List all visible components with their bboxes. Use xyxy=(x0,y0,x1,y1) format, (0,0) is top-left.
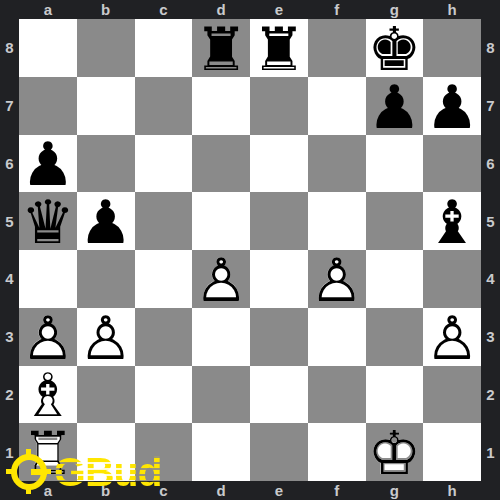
rank-label-4: 4 xyxy=(0,250,19,308)
rank-label-1: 1 xyxy=(481,423,500,481)
square-e4[interactable] xyxy=(250,250,308,308)
square-a8[interactable] xyxy=(19,19,77,77)
square-d8[interactable]: ♜ xyxy=(192,19,250,77)
square-f8[interactable] xyxy=(308,19,366,77)
square-c8[interactable] xyxy=(135,19,193,77)
piece-black-pawn: ♟ xyxy=(366,77,424,135)
piece-black-pawn: ♟ xyxy=(423,77,481,135)
file-label-f: f xyxy=(308,481,366,500)
square-f1[interactable] xyxy=(308,423,366,481)
rank-label-6: 6 xyxy=(481,135,500,193)
square-a2[interactable]: ♝♗ xyxy=(19,366,77,424)
piece-black-king: ♚ xyxy=(366,19,424,77)
square-d2[interactable] xyxy=(192,366,250,424)
square-b6[interactable] xyxy=(77,135,135,193)
square-d1[interactable] xyxy=(192,423,250,481)
file-label-c: c xyxy=(135,0,193,19)
square-g5[interactable] xyxy=(366,192,424,250)
square-e8[interactable]: ♜ xyxy=(250,19,308,77)
piece-white-pawn: ♟♙ xyxy=(192,250,250,308)
rank-label-8: 8 xyxy=(0,19,19,77)
square-b2[interactable] xyxy=(77,366,135,424)
square-c5[interactable] xyxy=(135,192,193,250)
square-a1[interactable]: ♜♖ xyxy=(19,423,77,481)
piece-white-king: ♚♔ xyxy=(366,423,424,481)
square-f4[interactable]: ♟♙ xyxy=(308,250,366,308)
square-h5[interactable]: ♝ xyxy=(423,192,481,250)
square-c7[interactable] xyxy=(135,77,193,135)
square-f7[interactable] xyxy=(308,77,366,135)
rank-label-3: 3 xyxy=(0,308,19,366)
square-g1[interactable]: ♚♔ xyxy=(366,423,424,481)
square-d4[interactable]: ♟♙ xyxy=(192,250,250,308)
square-c6[interactable] xyxy=(135,135,193,193)
rank-label-2: 2 xyxy=(481,366,500,424)
piece-white-pawn: ♟♙ xyxy=(77,308,135,366)
square-g7[interactable]: ♟ xyxy=(366,77,424,135)
square-c1[interactable] xyxy=(135,423,193,481)
square-e2[interactable] xyxy=(250,366,308,424)
file-label-c: c xyxy=(135,481,193,500)
file-label-e: e xyxy=(250,481,308,500)
rank-label-7: 7 xyxy=(0,77,19,135)
rank-label-2: 2 xyxy=(0,366,19,424)
piece-black-rook: ♜ xyxy=(192,19,250,77)
square-h3[interactable]: ♟♙ xyxy=(423,308,481,366)
square-b7[interactable] xyxy=(77,77,135,135)
square-a6[interactable]: ♟ xyxy=(19,135,77,193)
square-b5[interactable]: ♟ xyxy=(77,192,135,250)
square-g4[interactable] xyxy=(366,250,424,308)
square-d3[interactable] xyxy=(192,308,250,366)
square-f5[interactable] xyxy=(308,192,366,250)
square-d6[interactable] xyxy=(192,135,250,193)
piece-black-queen: ♛ xyxy=(19,192,77,250)
square-e7[interactable] xyxy=(250,77,308,135)
piece-white-bishop: ♝♗ xyxy=(19,366,77,424)
square-a5[interactable]: ♛ xyxy=(19,192,77,250)
square-d7[interactable] xyxy=(192,77,250,135)
square-f2[interactable] xyxy=(308,366,366,424)
rank-label-1: 1 xyxy=(0,423,19,481)
rank-label-7: 7 xyxy=(481,77,500,135)
square-g3[interactable] xyxy=(366,308,424,366)
square-f3[interactable] xyxy=(308,308,366,366)
rank-label-5: 5 xyxy=(481,192,500,250)
rank-label-5: 5 xyxy=(0,192,19,250)
piece-white-pawn: ♟♙ xyxy=(19,308,77,366)
piece-white-rook: ♜♖ xyxy=(19,423,77,481)
file-label-h: h xyxy=(423,481,481,500)
piece-black-pawn: ♟ xyxy=(19,135,77,193)
chess-board: ♜♜♚♟♟♟♛♟♝♟♙♟♙♟♙♟♙♟♙♝♗♜♖♚♔ xyxy=(19,19,481,481)
square-h1[interactable] xyxy=(423,423,481,481)
piece-white-pawn: ♟♙ xyxy=(308,250,366,308)
rank-labels-left: 87654321 xyxy=(0,19,19,481)
square-e3[interactable] xyxy=(250,308,308,366)
rank-label-8: 8 xyxy=(481,19,500,77)
square-a4[interactable] xyxy=(19,250,77,308)
piece-black-bishop: ♝ xyxy=(423,192,481,250)
square-e5[interactable] xyxy=(250,192,308,250)
square-a3[interactable]: ♟♙ xyxy=(19,308,77,366)
rank-label-4: 4 xyxy=(481,250,500,308)
square-e1[interactable] xyxy=(250,423,308,481)
square-h4[interactable] xyxy=(423,250,481,308)
square-e6[interactable] xyxy=(250,135,308,193)
square-h8[interactable] xyxy=(423,19,481,77)
square-b8[interactable] xyxy=(77,19,135,77)
square-g2[interactable] xyxy=(366,366,424,424)
piece-white-pawn: ♟♙ xyxy=(423,308,481,366)
square-c4[interactable] xyxy=(135,250,193,308)
square-c3[interactable] xyxy=(135,308,193,366)
piece-black-pawn: ♟ xyxy=(77,192,135,250)
piece-black-rook: ♜ xyxy=(250,19,308,77)
square-g8[interactable]: ♚ xyxy=(366,19,424,77)
file-label-a: a xyxy=(19,0,77,19)
file-label-f: f xyxy=(308,0,366,19)
square-h2[interactable] xyxy=(423,366,481,424)
square-d5[interactable] xyxy=(192,192,250,250)
rank-label-6: 6 xyxy=(0,135,19,193)
file-label-b: b xyxy=(77,0,135,19)
square-c2[interactable] xyxy=(135,366,193,424)
square-h7[interactable]: ♟ xyxy=(423,77,481,135)
rank-label-3: 3 xyxy=(481,308,500,366)
square-b3[interactable]: ♟♙ xyxy=(77,308,135,366)
square-h6[interactable] xyxy=(423,135,481,193)
file-label-h: h xyxy=(423,0,481,19)
square-a7[interactable] xyxy=(19,77,77,135)
square-b4[interactable] xyxy=(77,250,135,308)
square-f6[interactable] xyxy=(308,135,366,193)
file-label-b: b xyxy=(77,481,135,500)
square-b1[interactable] xyxy=(77,423,135,481)
rank-labels-right: 87654321 xyxy=(481,19,500,481)
square-g6[interactable] xyxy=(366,135,424,193)
file-label-d: d xyxy=(192,481,250,500)
